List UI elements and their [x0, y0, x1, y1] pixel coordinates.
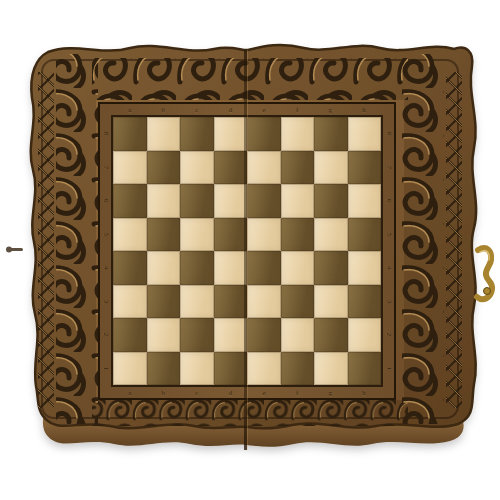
coord-label: e [262, 107, 265, 114]
coord-label: 5 [386, 233, 393, 237]
rank-labels-right: 87654321 [383, 117, 395, 385]
square-c8[interactable] [180, 117, 214, 151]
square-b1[interactable] [147, 352, 181, 386]
coord-label: c [195, 107, 198, 114]
coord-label: c [195, 390, 198, 397]
square-g7[interactable] [314, 151, 348, 185]
coord-label: 3 [386, 300, 393, 304]
coord-label: 4 [103, 266, 110, 270]
square-d7[interactable] [214, 151, 248, 185]
coord-label: 4 [386, 266, 393, 270]
square-h2[interactable] [348, 318, 382, 352]
coord-label: 5 [103, 233, 110, 237]
square-f4[interactable] [281, 251, 315, 285]
square-g2[interactable] [314, 318, 348, 352]
square-e2[interactable] [247, 318, 281, 352]
square-a1[interactable] [113, 352, 147, 386]
coord-label: d [229, 107, 233, 114]
coord-label: 2 [386, 333, 393, 337]
scroll-band-left [56, 54, 98, 424]
square-c2[interactable] [180, 318, 214, 352]
scroll-band-right [402, 54, 444, 424]
square-h6[interactable] [348, 184, 382, 218]
coord-label: 8 [103, 132, 110, 136]
scroll-band-bottom [92, 400, 408, 426]
square-f1[interactable] [281, 352, 315, 386]
coord-label: 8 [386, 132, 393, 136]
square-e8[interactable] [247, 117, 281, 151]
square-c3[interactable] [180, 285, 214, 319]
square-f8[interactable] [281, 117, 315, 151]
coord-label: 3 [103, 300, 110, 304]
coord-label: f [296, 107, 298, 114]
square-b8[interactable] [147, 117, 181, 151]
square-e4[interactable] [247, 251, 281, 285]
square-d3[interactable] [214, 285, 248, 319]
coord-label: b [162, 390, 166, 397]
square-h1[interactable] [348, 352, 382, 386]
square-a5[interactable] [113, 218, 147, 252]
brass-latch [477, 248, 492, 299]
coord-label: h [362, 390, 366, 397]
square-a8[interactable] [113, 117, 147, 151]
square-g4[interactable] [314, 251, 348, 285]
square-h3[interactable] [348, 285, 382, 319]
square-d8[interactable] [214, 117, 248, 151]
coord-label: f [296, 390, 298, 397]
square-b5[interactable] [147, 218, 181, 252]
lattice-band-left [38, 72, 54, 408]
square-e3[interactable] [247, 285, 281, 319]
square-e1[interactable] [247, 352, 281, 386]
fold-seam [244, 50, 247, 450]
square-f3[interactable] [281, 285, 315, 319]
square-g6[interactable] [314, 184, 348, 218]
square-g3[interactable] [314, 285, 348, 319]
scroll-band-top [92, 58, 408, 100]
photo-canvas: abcdefgh abcdefgh 87654321 87654321 [0, 0, 500, 500]
coord-label: d [229, 390, 233, 397]
coord-label: b [162, 107, 166, 114]
coord-label: 1 [103, 367, 110, 371]
rank-labels-left: 87654321 [100, 117, 112, 385]
coord-label: a [128, 390, 131, 397]
coord-label: g [329, 390, 333, 397]
square-g1[interactable] [314, 352, 348, 386]
square-h5[interactable] [348, 218, 382, 252]
coord-label: 1 [386, 367, 393, 371]
square-f7[interactable] [281, 151, 315, 185]
coord-label: 7 [103, 166, 110, 170]
chess-board-grid [113, 117, 381, 385]
square-e5[interactable] [247, 218, 281, 252]
square-a6[interactable] [113, 184, 147, 218]
hinge-pin [6, 247, 23, 253]
square-c7[interactable] [180, 151, 214, 185]
square-f2[interactable] [281, 318, 315, 352]
square-h8[interactable] [348, 117, 382, 151]
square-h7[interactable] [348, 151, 382, 185]
square-b2[interactable] [147, 318, 181, 352]
coord-label: 2 [103, 333, 110, 337]
coord-label: e [262, 390, 265, 397]
coord-label: 6 [386, 199, 393, 203]
square-a4[interactable] [113, 251, 147, 285]
lattice-band-right [446, 72, 462, 408]
square-b7[interactable] [147, 151, 181, 185]
square-a7[interactable] [113, 151, 147, 185]
square-b3[interactable] [147, 285, 181, 319]
square-g5[interactable] [314, 218, 348, 252]
coord-label: g [329, 107, 333, 114]
square-d5[interactable] [214, 218, 248, 252]
square-d4[interactable] [214, 251, 248, 285]
square-f5[interactable] [281, 218, 315, 252]
coord-label: h [362, 107, 366, 114]
square-d2[interactable] [214, 318, 248, 352]
square-d1[interactable] [214, 352, 248, 386]
square-h4[interactable] [348, 251, 382, 285]
square-b6[interactable] [147, 184, 181, 218]
square-c4[interactable] [180, 251, 214, 285]
file-labels-bottom: abcdefgh [113, 387, 381, 399]
square-e6[interactable] [247, 184, 281, 218]
square-d6[interactable] [214, 184, 248, 218]
square-g8[interactable] [314, 117, 348, 151]
coord-label: 6 [103, 199, 110, 203]
square-a2[interactable] [113, 318, 147, 352]
coord-label: a [128, 107, 131, 114]
square-e7[interactable] [247, 151, 281, 185]
square-c6[interactable] [180, 184, 214, 218]
coord-label: 7 [386, 166, 393, 170]
square-b4[interactable] [147, 251, 181, 285]
square-a3[interactable] [113, 285, 147, 319]
file-labels-top: abcdefgh [113, 104, 381, 116]
square-c1[interactable] [180, 352, 214, 386]
square-f6[interactable] [281, 184, 315, 218]
square-c5[interactable] [180, 218, 214, 252]
